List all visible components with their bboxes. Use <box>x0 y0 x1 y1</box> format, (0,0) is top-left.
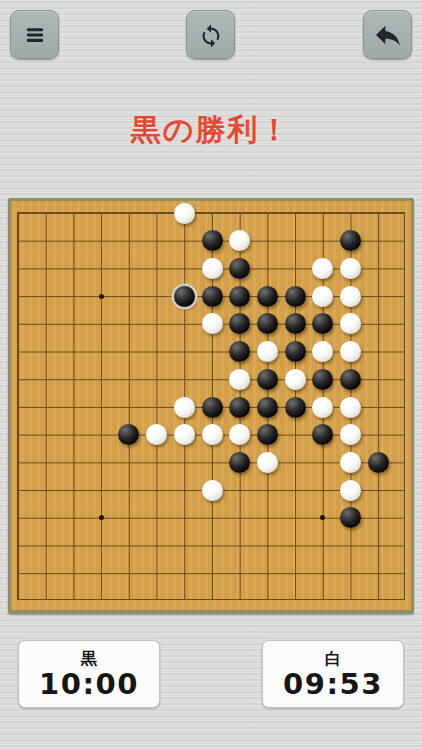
black-stone <box>257 313 278 334</box>
black-stone <box>257 286 278 307</box>
white-stone <box>340 480 361 501</box>
black-stone <box>340 230 361 251</box>
white-stone <box>202 480 223 501</box>
black-stone <box>202 397 223 418</box>
black-stone <box>312 313 333 334</box>
undo-arrow-icon <box>372 19 404 51</box>
white-stone <box>229 369 250 390</box>
black-stone <box>257 424 278 445</box>
white-stone <box>174 397 195 418</box>
black-clock: 黒 10:00 <box>18 640 160 708</box>
white-stone <box>229 424 250 445</box>
white-stone <box>340 452 361 473</box>
black-stone <box>312 369 333 390</box>
white-stone <box>146 424 167 445</box>
white-stone <box>174 424 195 445</box>
white-clock: 白 09:53 <box>262 640 404 708</box>
black-stone <box>285 341 306 362</box>
black-stone <box>285 397 306 418</box>
black-stone <box>285 313 306 334</box>
black-stone <box>340 369 361 390</box>
white-stone <box>174 203 195 224</box>
white-clock-time: 09:53 <box>283 668 383 700</box>
white-stone <box>340 397 361 418</box>
white-stone <box>202 424 223 445</box>
black-clock-time: 10:00 <box>39 668 139 700</box>
black-stone <box>312 424 333 445</box>
black-stone <box>285 286 306 307</box>
black-clock-label: 黒 <box>81 649 97 668</box>
black-stone <box>229 313 250 334</box>
black-stone <box>229 286 250 307</box>
menu-button[interactable] <box>10 10 59 59</box>
white-stone <box>202 258 223 279</box>
star-point <box>99 294 104 299</box>
restart-button[interactable] <box>186 10 235 59</box>
board-grid[interactable] <box>17 212 405 600</box>
white-stone <box>312 258 333 279</box>
white-stone <box>312 286 333 307</box>
black-stone <box>229 452 250 473</box>
black-stone <box>202 286 223 307</box>
white-clock-label: 白 <box>325 649 341 668</box>
white-stone <box>312 341 333 362</box>
undo-button[interactable] <box>363 10 412 59</box>
black-stone <box>340 507 361 528</box>
black-stone <box>368 452 389 473</box>
refresh-icon <box>196 20 226 50</box>
white-stone <box>340 341 361 362</box>
white-stone <box>229 230 250 251</box>
hamburger-icon <box>20 20 50 50</box>
black-stone <box>229 341 250 362</box>
white-stone <box>340 424 361 445</box>
white-stone <box>312 397 333 418</box>
black-stone <box>257 369 278 390</box>
black-stone <box>202 230 223 251</box>
white-stone <box>340 313 361 334</box>
white-stone <box>285 369 306 390</box>
black-stone <box>118 424 139 445</box>
star-point <box>320 515 325 520</box>
star-point <box>99 515 104 520</box>
white-stone <box>257 452 278 473</box>
result-banner: 黒の勝利！ <box>0 110 422 151</box>
black-stone <box>229 397 250 418</box>
black-stone <box>229 258 250 279</box>
white-stone <box>257 341 278 362</box>
black-stone-last-move <box>174 286 195 307</box>
black-stone <box>257 397 278 418</box>
white-stone <box>202 313 223 334</box>
gomoku-board[interactable] <box>8 198 414 613</box>
white-stone <box>340 258 361 279</box>
white-stone <box>340 286 361 307</box>
